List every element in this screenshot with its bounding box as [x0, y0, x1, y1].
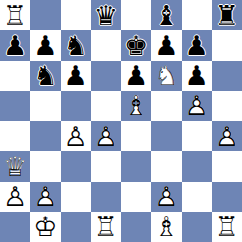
square-a4[interactable] — [0, 121, 30, 151]
white-knight[interactable]: ♞♘ — [151, 61, 181, 91]
square-e3[interactable] — [121, 151, 151, 181]
square-b7[interactable]: ♟ — [30, 30, 60, 60]
square-g4[interactable] — [182, 121, 212, 151]
square-b3[interactable] — [30, 151, 60, 181]
square-a2[interactable]: ♟♙ — [0, 182, 30, 212]
white-pawn[interactable]: ♟♙ — [61, 121, 91, 151]
square-b4[interactable] — [30, 121, 60, 151]
piece-solid-glyph: ♞ — [61, 30, 91, 60]
square-e1[interactable] — [121, 212, 151, 242]
piece-outline-glyph: ♗ — [121, 91, 151, 121]
piece-outline-glyph: ♙ — [0, 182, 30, 212]
black-pawn[interactable]: ♟ — [121, 61, 151, 91]
square-h6[interactable] — [212, 61, 242, 91]
piece-outline-glyph: ♔ — [30, 212, 60, 242]
piece-outline-glyph: ♖ — [0, 0, 30, 30]
black-knight[interactable]: ♞ — [30, 61, 60, 91]
square-g2[interactable] — [182, 182, 212, 212]
square-g6[interactable]: ♟ — [182, 61, 212, 91]
black-rook[interactable]: ♜ — [212, 0, 242, 30]
square-c2[interactable] — [61, 182, 91, 212]
square-h1[interactable]: ♜♖ — [212, 212, 242, 242]
square-c6[interactable]: ♟ — [61, 61, 91, 91]
white-pawn[interactable]: ♟♙ — [151, 182, 181, 212]
square-d7[interactable] — [91, 30, 121, 60]
black-pawn[interactable]: ♟ — [61, 61, 91, 91]
square-e8[interactable] — [121, 0, 151, 30]
piece-solid-glyph: ♟ — [121, 61, 151, 91]
square-b6[interactable]: ♞ — [30, 61, 60, 91]
chess-board: ♜♖♛♝♜♟♟♞♚♟♟♞♟♟♞♘♟♝♗♟♙♟♙♟♙♟♙♛♕♟♙♟♙♟♙♚♔♜♖♝… — [0, 0, 242, 242]
black-bishop[interactable]: ♝ — [151, 0, 181, 30]
square-c3[interactable] — [61, 151, 91, 181]
white-rook[interactable]: ♜♖ — [0, 0, 30, 30]
square-c1[interactable] — [61, 212, 91, 242]
square-a5[interactable] — [0, 91, 30, 121]
square-b2[interactable]: ♟♙ — [30, 182, 60, 212]
square-h4[interactable]: ♟♙ — [212, 121, 242, 151]
white-bishop[interactable]: ♝♗ — [151, 212, 181, 242]
screenshot-stage: ♜♖♛♝♜♟♟♞♚♟♟♞♟♟♞♘♟♝♗♟♙♟♙♟♙♟♙♛♕♟♙♟♙♟♙♚♔♜♖♝… — [0, 0, 242, 242]
white-queen[interactable]: ♛♕ — [0, 151, 30, 181]
square-e5[interactable]: ♝♗ — [121, 91, 151, 121]
square-f7[interactable]: ♟ — [151, 30, 181, 60]
square-g1[interactable] — [182, 212, 212, 242]
white-pawn[interactable]: ♟♙ — [30, 182, 60, 212]
piece-solid-glyph: ♝ — [151, 0, 181, 30]
square-g5[interactable]: ♟♙ — [182, 91, 212, 121]
piece-outline-glyph: ♙ — [182, 91, 212, 121]
square-d8[interactable]: ♛ — [91, 0, 121, 30]
square-d5[interactable] — [91, 91, 121, 121]
white-rook[interactable]: ♜♖ — [212, 212, 242, 242]
piece-outline-glyph: ♙ — [30, 182, 60, 212]
black-knight[interactable]: ♞ — [61, 30, 91, 60]
square-d6[interactable] — [91, 61, 121, 91]
square-h8[interactable]: ♜ — [212, 0, 242, 30]
square-e6[interactable]: ♟ — [121, 61, 151, 91]
square-h5[interactable] — [212, 91, 242, 121]
square-f2[interactable]: ♟♙ — [151, 182, 181, 212]
square-g8[interactable] — [182, 0, 212, 30]
square-f3[interactable] — [151, 151, 181, 181]
square-c8[interactable] — [61, 0, 91, 30]
white-bishop[interactable]: ♝♗ — [121, 91, 151, 121]
square-f1[interactable]: ♝♗ — [151, 212, 181, 242]
square-e4[interactable] — [121, 121, 151, 151]
piece-solid-glyph: ♚ — [121, 30, 151, 60]
square-c7[interactable]: ♞ — [61, 30, 91, 60]
square-b1[interactable]: ♚♔ — [30, 212, 60, 242]
white-rook[interactable]: ♜♖ — [91, 212, 121, 242]
white-pawn[interactable]: ♟♙ — [0, 182, 30, 212]
black-king[interactable]: ♚ — [121, 30, 151, 60]
piece-solid-glyph: ♟ — [0, 30, 30, 60]
square-a1[interactable] — [0, 212, 30, 242]
square-f4[interactable] — [151, 121, 181, 151]
black-queen[interactable]: ♛ — [91, 0, 121, 30]
piece-outline-glyph: ♖ — [212, 212, 242, 242]
square-g7[interactable]: ♟ — [182, 30, 212, 60]
square-a3[interactable]: ♛♕ — [0, 151, 30, 181]
square-f8[interactable]: ♝ — [151, 0, 181, 30]
piece-solid-glyph: ♟ — [182, 61, 212, 91]
square-g3[interactable] — [182, 151, 212, 181]
square-d3[interactable] — [91, 151, 121, 181]
black-pawn[interactable]: ♟ — [182, 61, 212, 91]
square-d1[interactable]: ♜♖ — [91, 212, 121, 242]
piece-solid-glyph: ♟ — [182, 30, 212, 60]
piece-solid-glyph: ♞ — [30, 61, 60, 91]
piece-solid-glyph: ♟ — [151, 30, 181, 60]
piece-outline-glyph: ♘ — [151, 61, 181, 91]
black-pawn[interactable]: ♟ — [30, 30, 60, 60]
square-a7[interactable]: ♟ — [0, 30, 30, 60]
square-b8[interactable] — [30, 0, 60, 30]
white-king[interactable]: ♚♔ — [30, 212, 60, 242]
piece-outline-glyph: ♙ — [212, 121, 242, 151]
white-pawn[interactable]: ♟♙ — [91, 121, 121, 151]
piece-outline-glyph: ♙ — [151, 182, 181, 212]
black-pawn[interactable]: ♟ — [0, 30, 30, 60]
piece-outline-glyph: ♙ — [61, 121, 91, 151]
square-a8[interactable]: ♜♖ — [0, 0, 30, 30]
piece-outline-glyph: ♙ — [91, 121, 121, 151]
piece-solid-glyph: ♟ — [61, 61, 91, 91]
square-a6[interactable] — [0, 61, 30, 91]
square-h3[interactable] — [212, 151, 242, 181]
square-d2[interactable] — [91, 182, 121, 212]
square-h7[interactable] — [212, 30, 242, 60]
square-e2[interactable] — [121, 182, 151, 212]
square-f5[interactable] — [151, 91, 181, 121]
white-pawn[interactable]: ♟♙ — [212, 121, 242, 151]
square-c5[interactable] — [61, 91, 91, 121]
white-pawn[interactable]: ♟♙ — [182, 91, 212, 121]
square-b5[interactable] — [30, 91, 60, 121]
piece-solid-glyph: ♛ — [91, 0, 121, 30]
square-e7[interactable]: ♚ — [121, 30, 151, 60]
piece-outline-glyph: ♖ — [91, 212, 121, 242]
piece-outline-glyph: ♕ — [0, 151, 30, 181]
black-pawn[interactable]: ♟ — [182, 30, 212, 60]
piece-outline-glyph: ♗ — [151, 212, 181, 242]
piece-solid-glyph: ♟ — [30, 30, 60, 60]
square-d4[interactable]: ♟♙ — [91, 121, 121, 151]
black-pawn[interactable]: ♟ — [151, 30, 181, 60]
square-h2[interactable] — [212, 182, 242, 212]
piece-solid-glyph: ♜ — [212, 0, 242, 30]
square-c4[interactable]: ♟♙ — [61, 121, 91, 151]
square-f6[interactable]: ♞♘ — [151, 61, 181, 91]
